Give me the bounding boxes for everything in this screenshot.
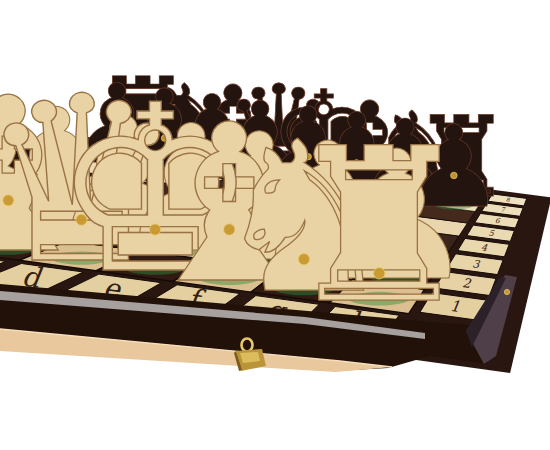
side-pin-brass [504,289,509,294]
clasp-highlight [240,352,260,363]
chess-set-photo: abcdefgh12345678♜♞♟♝♟♛♟♚♟♝♟♞♟♜♟♟♟♟♜♟♞♟♝♟… [0,0,550,450]
brass-ball [374,268,385,279]
piece-glyph: ♜ [284,102,475,350]
piece-white-rook-h1: ♜ [284,102,475,350]
chess-board: abcdefgh12345678♜♞♟♝♟♛♟♚♟♝♟♞♟♜♟♟♟♟♜♟♞♟♝♟… [0,0,550,450]
